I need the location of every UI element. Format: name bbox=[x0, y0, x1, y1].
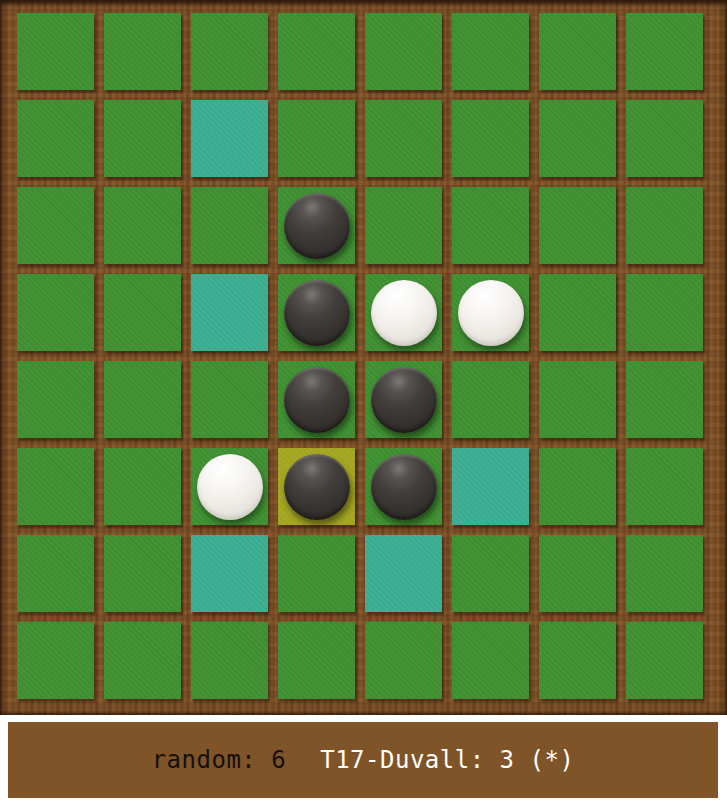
cell-e1[interactable] bbox=[365, 13, 442, 90]
cell-b1[interactable] bbox=[104, 13, 181, 90]
cell-e7[interactable] bbox=[365, 535, 442, 612]
cell-b8[interactable] bbox=[104, 622, 181, 699]
cell-g6[interactable] bbox=[539, 448, 616, 525]
cell-h4[interactable] bbox=[626, 274, 703, 351]
cell-g8[interactable] bbox=[539, 622, 616, 699]
status-bar: random: 6 T17-Duvall: 3 (*) bbox=[8, 722, 718, 798]
cell-a8[interactable] bbox=[17, 622, 94, 699]
cell-f3[interactable] bbox=[452, 187, 529, 264]
cell-b2[interactable] bbox=[104, 100, 181, 177]
othello-board bbox=[0, 0, 727, 715]
black-disc bbox=[284, 367, 350, 433]
cell-a1[interactable] bbox=[17, 13, 94, 90]
cell-d6[interactable] bbox=[278, 448, 355, 525]
cell-f8[interactable] bbox=[452, 622, 529, 699]
cell-a7[interactable] bbox=[17, 535, 94, 612]
black-disc bbox=[371, 454, 437, 520]
cell-d7[interactable] bbox=[278, 535, 355, 612]
cell-b7[interactable] bbox=[104, 535, 181, 612]
cell-g3[interactable] bbox=[539, 187, 616, 264]
cell-a4[interactable] bbox=[17, 274, 94, 351]
cell-a5[interactable] bbox=[17, 361, 94, 438]
cell-f4[interactable] bbox=[452, 274, 529, 351]
black-disc bbox=[284, 454, 350, 520]
cell-c6[interactable] bbox=[191, 448, 268, 525]
cell-a3[interactable] bbox=[17, 187, 94, 264]
cell-c3[interactable] bbox=[191, 187, 268, 264]
cell-g5[interactable] bbox=[539, 361, 616, 438]
cell-b3[interactable] bbox=[104, 187, 181, 264]
cell-b5[interactable] bbox=[104, 361, 181, 438]
cell-b4[interactable] bbox=[104, 274, 181, 351]
cell-g2[interactable] bbox=[539, 100, 616, 177]
cell-e2[interactable] bbox=[365, 100, 442, 177]
cell-a2[interactable] bbox=[17, 100, 94, 177]
cell-g7[interactable] bbox=[539, 535, 616, 612]
cell-f1[interactable] bbox=[452, 13, 529, 90]
cell-h1[interactable] bbox=[626, 13, 703, 90]
white-disc bbox=[371, 280, 437, 346]
cell-h7[interactable] bbox=[626, 535, 703, 612]
cell-d2[interactable] bbox=[278, 100, 355, 177]
cell-c7[interactable] bbox=[191, 535, 268, 612]
black-disc bbox=[371, 367, 437, 433]
cell-e8[interactable] bbox=[365, 622, 442, 699]
cell-f2[interactable] bbox=[452, 100, 529, 177]
cell-e5[interactable] bbox=[365, 361, 442, 438]
cell-h2[interactable] bbox=[626, 100, 703, 177]
cell-c2[interactable] bbox=[191, 100, 268, 177]
cell-c1[interactable] bbox=[191, 13, 268, 90]
cell-c5[interactable] bbox=[191, 361, 268, 438]
cell-h3[interactable] bbox=[626, 187, 703, 264]
cell-a6[interactable] bbox=[17, 448, 94, 525]
cell-e3[interactable] bbox=[365, 187, 442, 264]
cell-h5[interactable] bbox=[626, 361, 703, 438]
cell-d1[interactable] bbox=[278, 13, 355, 90]
cell-e6[interactable] bbox=[365, 448, 442, 525]
white-disc bbox=[458, 280, 524, 346]
black-player-score: random: 6 bbox=[152, 746, 287, 774]
white-disc bbox=[197, 454, 263, 520]
cell-c8[interactable] bbox=[191, 622, 268, 699]
cell-d8[interactable] bbox=[278, 622, 355, 699]
cell-d5[interactable] bbox=[278, 361, 355, 438]
white-player-score: T17-Duvall: 3 (*) bbox=[320, 746, 574, 774]
cell-b6[interactable] bbox=[104, 448, 181, 525]
cell-c4[interactable] bbox=[191, 274, 268, 351]
cell-f5[interactable] bbox=[452, 361, 529, 438]
black-disc bbox=[284, 280, 350, 346]
cell-f7[interactable] bbox=[452, 535, 529, 612]
cell-h6[interactable] bbox=[626, 448, 703, 525]
cell-e4[interactable] bbox=[365, 274, 442, 351]
cell-g1[interactable] bbox=[539, 13, 616, 90]
black-disc bbox=[284, 193, 350, 259]
cell-f6[interactable] bbox=[452, 448, 529, 525]
cell-d4[interactable] bbox=[278, 274, 355, 351]
cell-h8[interactable] bbox=[626, 622, 703, 699]
cell-d3[interactable] bbox=[278, 187, 355, 264]
cell-g4[interactable] bbox=[539, 274, 616, 351]
